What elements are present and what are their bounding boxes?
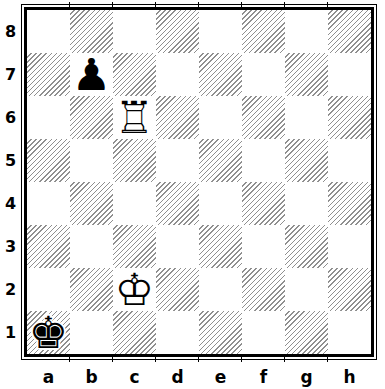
border-tick-bottom-7 [327, 357, 328, 362]
border-tick-bottom-3 [155, 357, 156, 362]
square-d1[interactable] [156, 311, 199, 354]
square-b5[interactable] [70, 139, 113, 182]
board-with-coordinates: 87654321 ♟♖♔♚ abcdefgh [0, 4, 377, 389]
square-c6[interactable]: ♖ [113, 96, 156, 139]
white-rook[interactable]: ♖ [113, 96, 156, 139]
file-label-e: e [199, 360, 242, 389]
square-f3[interactable] [242, 225, 285, 268]
rank-labels: 87654321 [0, 4, 21, 360]
square-b7[interactable]: ♟ [70, 53, 113, 96]
chess-diagram: 87654321 ♟♖♔♚ abcdefgh [0, 0, 385, 389]
square-g2[interactable] [285, 268, 328, 311]
square-e4[interactable] [199, 182, 242, 225]
square-h3[interactable] [328, 225, 371, 268]
square-f7[interactable] [242, 53, 285, 96]
square-g6[interactable] [285, 96, 328, 139]
square-a4[interactable] [27, 182, 70, 225]
square-f1[interactable] [242, 311, 285, 354]
square-a5[interactable] [27, 139, 70, 182]
board-frame: ♟♖♔♚ [21, 4, 377, 360]
board-grid: ♟♖♔♚ [27, 10, 371, 354]
black-pawn[interactable]: ♟ [70, 53, 113, 96]
square-c4[interactable] [113, 182, 156, 225]
rank-label-5: 5 [0, 139, 21, 182]
square-h1[interactable] [328, 311, 371, 354]
file-label-h: h [328, 360, 371, 389]
square-e6[interactable] [199, 96, 242, 139]
square-f4[interactable] [242, 182, 285, 225]
rank-label-6: 6 [0, 96, 21, 139]
square-a8[interactable] [27, 10, 70, 53]
square-h7[interactable] [328, 53, 371, 96]
square-b6[interactable] [70, 96, 113, 139]
square-e5[interactable] [199, 139, 242, 182]
file-label-a: a [27, 360, 70, 389]
white-king[interactable]: ♔ [113, 268, 156, 311]
rank-label-4: 4 [0, 182, 21, 225]
square-g8[interactable] [285, 10, 328, 53]
square-e7[interactable] [199, 53, 242, 96]
square-g3[interactable] [285, 225, 328, 268]
square-e8[interactable] [199, 10, 242, 53]
square-e1[interactable] [199, 311, 242, 354]
rank-label-1: 1 [0, 311, 21, 354]
square-h2[interactable] [328, 268, 371, 311]
file-label-g: g [285, 360, 328, 389]
square-a7[interactable] [27, 53, 70, 96]
square-d6[interactable] [156, 96, 199, 139]
square-a6[interactable] [27, 96, 70, 139]
rank-label-3: 3 [0, 225, 21, 268]
square-c2[interactable]: ♔ [113, 268, 156, 311]
square-f6[interactable] [242, 96, 285, 139]
square-a3[interactable] [27, 225, 70, 268]
square-d2[interactable] [156, 268, 199, 311]
square-b8[interactable] [70, 10, 113, 53]
black-king[interactable]: ♚ [27, 311, 70, 354]
square-d7[interactable] [156, 53, 199, 96]
board-border: ♟♖♔♚ [24, 7, 374, 357]
border-tick-top-5 [241, 2, 242, 7]
file-label-c: c [113, 360, 156, 389]
border-tick-bottom-5 [241, 357, 242, 362]
square-e2[interactable] [199, 268, 242, 311]
square-g7[interactable] [285, 53, 328, 96]
square-h8[interactable] [328, 10, 371, 53]
border-tick-top-1 [69, 2, 70, 7]
file-label-f: f [242, 360, 285, 389]
square-d4[interactable] [156, 182, 199, 225]
square-c1[interactable] [113, 311, 156, 354]
square-b1[interactable] [70, 311, 113, 354]
square-c8[interactable] [113, 10, 156, 53]
square-c7[interactable] [113, 53, 156, 96]
border-tick-top-3 [155, 2, 156, 7]
border-tick-bottom-6 [284, 357, 285, 362]
square-h6[interactable] [328, 96, 371, 139]
square-h5[interactable] [328, 139, 371, 182]
border-tick-top-2 [112, 2, 113, 7]
file-label-d: d [156, 360, 199, 389]
square-f8[interactable] [242, 10, 285, 53]
rank-label-2: 2 [0, 268, 21, 311]
border-tick-bottom-1 [69, 357, 70, 362]
square-c5[interactable] [113, 139, 156, 182]
square-d3[interactable] [156, 225, 199, 268]
square-f5[interactable] [242, 139, 285, 182]
square-b3[interactable] [70, 225, 113, 268]
file-labels: abcdefgh [21, 360, 377, 389]
square-d5[interactable] [156, 139, 199, 182]
rank-label-7: 7 [0, 53, 21, 96]
border-tick-bottom-2 [112, 357, 113, 362]
square-g4[interactable] [285, 182, 328, 225]
border-tick-top-6 [284, 2, 285, 7]
square-c3[interactable] [113, 225, 156, 268]
square-b4[interactable] [70, 182, 113, 225]
square-e3[interactable] [199, 225, 242, 268]
border-tick-bottom-4 [198, 357, 199, 362]
file-label-b: b [70, 360, 113, 389]
square-a2[interactable] [27, 268, 70, 311]
square-g1[interactable] [285, 311, 328, 354]
square-h4[interactable] [328, 182, 371, 225]
square-d8[interactable] [156, 10, 199, 53]
square-g5[interactable] [285, 139, 328, 182]
square-a1[interactable]: ♚ [27, 311, 70, 354]
square-f2[interactable] [242, 268, 285, 311]
square-b2[interactable] [70, 268, 113, 311]
border-tick-top-7 [327, 2, 328, 7]
border-tick-top-4 [198, 2, 199, 7]
rank-label-8: 8 [0, 10, 21, 53]
